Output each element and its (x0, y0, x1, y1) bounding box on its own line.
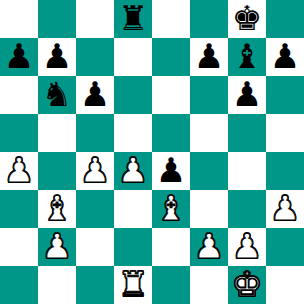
square-d1[interactable]: ♜ (114, 266, 152, 304)
square-f2[interactable]: ♟ (190, 228, 228, 266)
square-g5[interactable] (228, 114, 266, 152)
white-pawn-piece[interactable]: ♟ (232, 228, 262, 265)
square-a8[interactable] (0, 0, 38, 38)
white-bishop-piece[interactable]: ♝ (42, 190, 72, 227)
square-g4[interactable] (228, 152, 266, 190)
black-pawn-piece[interactable]: ♟ (194, 38, 224, 75)
square-b6[interactable]: ♞ (38, 76, 76, 114)
square-e2[interactable] (152, 228, 190, 266)
square-g8[interactable]: ♚ (228, 0, 266, 38)
square-d6[interactable] (114, 76, 152, 114)
black-knight-piece[interactable]: ♞ (42, 76, 72, 113)
chess-board: ♜♚♟♟♟♝♟♞♟♟♟♟♟♟♝♝♟♟♟♟♜♚ (0, 0, 304, 304)
black-pawn-piece[interactable]: ♟ (42, 38, 72, 75)
square-c8[interactable] (76, 0, 114, 38)
white-pawn-piece[interactable]: ♟ (270, 190, 300, 227)
square-d4[interactable]: ♟ (114, 152, 152, 190)
square-f3[interactable] (190, 190, 228, 228)
square-g3[interactable] (228, 190, 266, 228)
white-king-piece[interactable]: ♚ (232, 266, 262, 303)
square-e7[interactable] (152, 38, 190, 76)
square-f7[interactable]: ♟ (190, 38, 228, 76)
square-e6[interactable] (152, 76, 190, 114)
square-f5[interactable] (190, 114, 228, 152)
square-c6[interactable]: ♟ (76, 76, 114, 114)
square-g1[interactable]: ♚ (228, 266, 266, 304)
square-f8[interactable] (190, 0, 228, 38)
square-a4[interactable]: ♟ (0, 152, 38, 190)
square-f1[interactable] (190, 266, 228, 304)
square-e3[interactable]: ♝ (152, 190, 190, 228)
square-b5[interactable] (38, 114, 76, 152)
square-h2[interactable] (266, 228, 304, 266)
square-e5[interactable] (152, 114, 190, 152)
white-pawn-piece[interactable]: ♟ (118, 152, 148, 189)
square-d5[interactable] (114, 114, 152, 152)
black-pawn-piece[interactable]: ♟ (4, 38, 34, 75)
square-c3[interactable] (76, 190, 114, 228)
square-f6[interactable] (190, 76, 228, 114)
square-b7[interactable]: ♟ (38, 38, 76, 76)
square-h8[interactable] (266, 0, 304, 38)
square-a7[interactable]: ♟ (0, 38, 38, 76)
square-h5[interactable] (266, 114, 304, 152)
square-c2[interactable] (76, 228, 114, 266)
square-b2[interactable]: ♟ (38, 228, 76, 266)
square-a6[interactable] (0, 76, 38, 114)
black-pawn-piece[interactable]: ♟ (80, 76, 110, 113)
square-e1[interactable] (152, 266, 190, 304)
white-rook-piece[interactable]: ♜ (118, 266, 148, 303)
square-d7[interactable] (114, 38, 152, 76)
square-e8[interactable] (152, 0, 190, 38)
square-g6[interactable]: ♟ (228, 76, 266, 114)
square-h1[interactable] (266, 266, 304, 304)
square-a3[interactable] (0, 190, 38, 228)
square-b3[interactable]: ♝ (38, 190, 76, 228)
square-b8[interactable] (38, 0, 76, 38)
black-pawn-piece[interactable]: ♟ (270, 38, 300, 75)
square-c4[interactable]: ♟ (76, 152, 114, 190)
black-pawn-piece[interactable]: ♟ (156, 152, 186, 189)
black-rook-piece[interactable]: ♜ (118, 0, 148, 37)
square-b1[interactable] (38, 266, 76, 304)
square-c1[interactable] (76, 266, 114, 304)
square-e4[interactable]: ♟ (152, 152, 190, 190)
square-a1[interactable] (0, 266, 38, 304)
square-h3[interactable]: ♟ (266, 190, 304, 228)
black-pawn-piece[interactable]: ♟ (232, 76, 262, 113)
square-c5[interactable] (76, 114, 114, 152)
white-pawn-piece[interactable]: ♟ (42, 228, 72, 265)
square-f4[interactable] (190, 152, 228, 190)
white-pawn-piece[interactable]: ♟ (80, 152, 110, 189)
square-d8[interactable]: ♜ (114, 0, 152, 38)
white-bishop-piece[interactable]: ♝ (156, 190, 186, 227)
black-king-piece[interactable]: ♚ (232, 0, 262, 37)
square-g2[interactable]: ♟ (228, 228, 266, 266)
square-g7[interactable]: ♝ (228, 38, 266, 76)
white-pawn-piece[interactable]: ♟ (194, 228, 224, 265)
white-pawn-piece[interactable]: ♟ (4, 152, 34, 189)
square-h4[interactable] (266, 152, 304, 190)
square-a5[interactable] (0, 114, 38, 152)
square-d2[interactable] (114, 228, 152, 266)
square-d3[interactable] (114, 190, 152, 228)
black-bishop-piece[interactable]: ♝ (232, 38, 262, 75)
square-a2[interactable] (0, 228, 38, 266)
square-c7[interactable] (76, 38, 114, 76)
square-h7[interactable]: ♟ (266, 38, 304, 76)
square-b4[interactable] (38, 152, 76, 190)
square-h6[interactable] (266, 76, 304, 114)
